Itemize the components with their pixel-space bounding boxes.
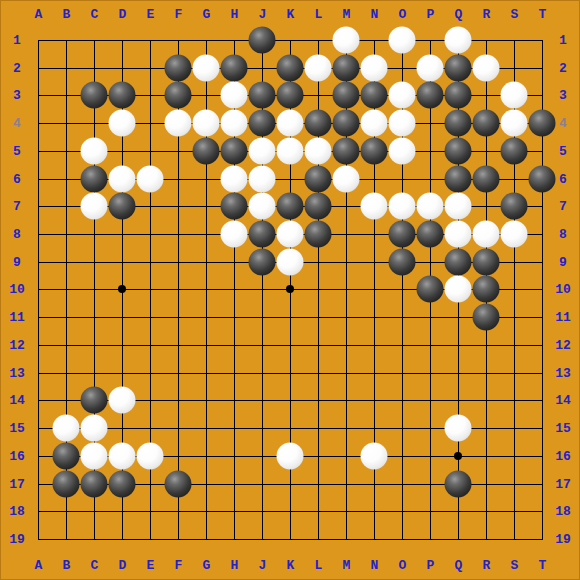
- stone-white-S4[interactable]: [501, 110, 528, 137]
- col-label-bottom-K: K: [286, 558, 294, 573]
- stone-black-M5[interactable]: [333, 137, 360, 164]
- row-label-left-2: 2: [13, 60, 21, 75]
- stone-black-B16[interactable]: [53, 442, 80, 469]
- stone-black-L7[interactable]: [305, 193, 332, 220]
- stone-white-N16[interactable]: [361, 442, 388, 469]
- stone-black-C6[interactable]: [81, 165, 108, 192]
- col-label-top-O: O: [398, 7, 406, 22]
- stone-white-P2[interactable]: [417, 54, 444, 81]
- col-label-bottom-P: P: [426, 558, 434, 573]
- row-label-left-3: 3: [13, 88, 21, 103]
- stone-white-K4[interactable]: [277, 110, 304, 137]
- grid-vline-A: [38, 40, 39, 540]
- stone-black-H5[interactable]: [221, 137, 248, 164]
- stone-white-Q10[interactable]: [445, 276, 472, 303]
- row-label-left-14: 14: [9, 393, 25, 408]
- star-point-D10: [118, 285, 126, 293]
- row-label-right-18: 18: [555, 504, 571, 519]
- row-label-left-11: 11: [9, 310, 25, 325]
- stone-black-H7[interactable]: [221, 193, 248, 220]
- stone-white-L5[interactable]: [305, 137, 332, 164]
- row-label-right-16: 16: [555, 448, 571, 463]
- row-label-right-19: 19: [555, 531, 571, 546]
- stone-black-Q5[interactable]: [445, 137, 472, 164]
- stone-black-C3[interactable]: [81, 82, 108, 109]
- row-label-right-9: 9: [559, 254, 567, 269]
- stone-black-K3[interactable]: [277, 82, 304, 109]
- stone-white-J5[interactable]: [249, 137, 276, 164]
- stone-white-N7[interactable]: [361, 193, 388, 220]
- stone-white-C7[interactable]: [81, 193, 108, 220]
- stone-black-O9[interactable]: [389, 248, 416, 275]
- col-label-top-A: A: [34, 7, 42, 22]
- row-label-right-8: 8: [559, 227, 567, 242]
- row-label-left-5: 5: [13, 143, 21, 158]
- stone-black-Q6[interactable]: [445, 165, 472, 192]
- col-label-top-B: B: [62, 7, 70, 22]
- stone-black-D7[interactable]: [109, 193, 136, 220]
- stone-black-L8[interactable]: [305, 221, 332, 248]
- row-label-left-19: 19: [9, 531, 25, 546]
- stone-white-O1[interactable]: [389, 27, 416, 54]
- row-label-left-6: 6: [13, 171, 21, 186]
- stone-white-O5[interactable]: [389, 137, 416, 164]
- stone-black-T4[interactable]: [529, 110, 556, 137]
- row-label-right-13: 13: [555, 365, 571, 380]
- stone-white-Q1[interactable]: [445, 27, 472, 54]
- col-label-bottom-J: J: [258, 558, 266, 573]
- stone-white-S3[interactable]: [501, 82, 528, 109]
- stone-white-H4[interactable]: [221, 110, 248, 137]
- stone-black-P3[interactable]: [417, 82, 444, 109]
- col-label-top-P: P: [426, 7, 434, 22]
- col-label-top-D: D: [118, 7, 126, 22]
- stone-black-S5[interactable]: [501, 137, 528, 164]
- stone-white-K16[interactable]: [277, 442, 304, 469]
- col-label-top-T: T: [538, 7, 546, 22]
- stone-black-P10[interactable]: [417, 276, 444, 303]
- stone-white-K9[interactable]: [277, 248, 304, 275]
- stone-white-O4[interactable]: [389, 110, 416, 137]
- row-label-left-13: 13: [9, 365, 25, 380]
- col-label-bottom-M: M: [342, 558, 350, 573]
- stone-black-C14[interactable]: [81, 387, 108, 414]
- col-label-top-S: S: [510, 7, 518, 22]
- stone-white-P7[interactable]: [417, 193, 444, 220]
- col-label-bottom-G: G: [202, 558, 210, 573]
- row-label-left-12: 12: [9, 337, 25, 352]
- col-label-top-M: M: [342, 7, 350, 22]
- row-label-left-15: 15: [9, 421, 25, 436]
- col-label-bottom-F: F: [174, 558, 182, 573]
- row-label-right-14: 14: [555, 393, 571, 408]
- stone-white-R2[interactable]: [473, 54, 500, 81]
- row-label-right-10: 10: [555, 282, 571, 297]
- row-label-right-12: 12: [555, 337, 571, 352]
- stone-black-R11[interactable]: [473, 304, 500, 331]
- stone-black-G5[interactable]: [193, 137, 220, 164]
- col-label-bottom-D: D: [118, 558, 126, 573]
- stone-black-F3[interactable]: [165, 82, 192, 109]
- col-label-bottom-T: T: [538, 558, 546, 573]
- col-label-top-G: G: [202, 7, 210, 22]
- stone-black-N5[interactable]: [361, 137, 388, 164]
- col-label-top-K: K: [286, 7, 294, 22]
- stone-black-D3[interactable]: [109, 82, 136, 109]
- row-label-right-6: 6: [559, 171, 567, 186]
- stone-white-Q7[interactable]: [445, 193, 472, 220]
- stone-black-N3[interactable]: [361, 82, 388, 109]
- stone-black-R9[interactable]: [473, 248, 500, 275]
- row-label-right-7: 7: [559, 199, 567, 214]
- stone-white-E6[interactable]: [137, 165, 164, 192]
- stone-black-M2[interactable]: [333, 54, 360, 81]
- stone-black-L4[interactable]: [305, 110, 332, 137]
- col-label-top-C: C: [90, 7, 98, 22]
- stone-white-O7[interactable]: [389, 193, 416, 220]
- col-label-bottom-N: N: [370, 558, 378, 573]
- stone-black-K7[interactable]: [277, 193, 304, 220]
- stone-white-G2[interactable]: [193, 54, 220, 81]
- row-label-left-18: 18: [9, 504, 25, 519]
- stone-white-C16[interactable]: [81, 442, 108, 469]
- stone-white-Q15[interactable]: [445, 415, 472, 442]
- stone-white-Q8[interactable]: [445, 221, 472, 248]
- star-point-K10: [286, 285, 294, 293]
- row-label-left-17: 17: [9, 476, 25, 491]
- stone-black-O8[interactable]: [389, 221, 416, 248]
- stone-white-K8[interactable]: [277, 221, 304, 248]
- stone-white-K5[interactable]: [277, 137, 304, 164]
- row-label-left-1: 1: [13, 33, 21, 48]
- stone-black-M3[interactable]: [333, 82, 360, 109]
- row-label-right-2: 2: [559, 60, 567, 75]
- stone-white-N2[interactable]: [361, 54, 388, 81]
- col-label-top-R: R: [482, 7, 490, 22]
- stone-white-O3[interactable]: [389, 82, 416, 109]
- stone-white-L2[interactable]: [305, 54, 332, 81]
- stone-black-P8[interactable]: [417, 221, 444, 248]
- row-label-left-10: 10: [9, 282, 25, 297]
- stone-white-E16[interactable]: [137, 442, 164, 469]
- col-label-bottom-L: L: [314, 558, 322, 573]
- stone-black-F17[interactable]: [165, 470, 192, 497]
- stone-black-Q4[interactable]: [445, 110, 472, 137]
- row-label-right-5: 5: [559, 143, 567, 158]
- row-label-left-4: 4: [13, 116, 21, 131]
- stone-white-H6[interactable]: [221, 165, 248, 192]
- stone-black-R4[interactable]: [473, 110, 500, 137]
- row-label-left-16: 16: [9, 448, 25, 463]
- stone-black-S7[interactable]: [501, 193, 528, 220]
- stone-black-B17[interactable]: [53, 470, 80, 497]
- col-label-top-Q: Q: [454, 7, 462, 22]
- row-label-right-17: 17: [555, 476, 571, 491]
- stone-black-J4[interactable]: [249, 110, 276, 137]
- col-label-bottom-Q: Q: [454, 558, 462, 573]
- stone-white-D14[interactable]: [109, 387, 136, 414]
- stone-white-M6[interactable]: [333, 165, 360, 192]
- col-label-bottom-B: B: [62, 558, 70, 573]
- stone-white-G4[interactable]: [193, 110, 220, 137]
- go-board[interactable]: AABBCCDDEEFFGGHHJJKKLLMMNNOOPPQQRRSSTT11…: [0, 0, 580, 580]
- stone-white-N4[interactable]: [361, 110, 388, 137]
- stone-black-Q3[interactable]: [445, 82, 472, 109]
- col-label-top-J: J: [258, 7, 266, 22]
- row-label-left-9: 9: [13, 254, 21, 269]
- stone-black-Q17[interactable]: [445, 470, 472, 497]
- col-label-bottom-A: A: [34, 558, 42, 573]
- stone-black-J8[interactable]: [249, 221, 276, 248]
- stone-white-B15[interactable]: [53, 415, 80, 442]
- col-label-top-F: F: [174, 7, 182, 22]
- stone-white-C15[interactable]: [81, 415, 108, 442]
- stone-white-M1[interactable]: [333, 27, 360, 54]
- stone-white-D6[interactable]: [109, 165, 136, 192]
- col-label-top-H: H: [230, 7, 238, 22]
- stone-white-D16[interactable]: [109, 442, 136, 469]
- stone-white-J7[interactable]: [249, 193, 276, 220]
- col-label-top-N: N: [370, 7, 378, 22]
- col-label-bottom-S: S: [510, 558, 518, 573]
- star-point-Q16: [454, 452, 462, 460]
- stone-black-R10[interactable]: [473, 276, 500, 303]
- row-label-right-1: 1: [559, 33, 567, 48]
- stone-white-S8[interactable]: [501, 221, 528, 248]
- stone-white-F4[interactable]: [165, 110, 192, 137]
- col-label-bottom-R: R: [482, 558, 490, 573]
- stone-white-H8[interactable]: [221, 221, 248, 248]
- stone-white-J6[interactable]: [249, 165, 276, 192]
- stone-black-H2[interactable]: [221, 54, 248, 81]
- stone-black-K2[interactable]: [277, 54, 304, 81]
- col-label-bottom-O: O: [398, 558, 406, 573]
- row-label-right-15: 15: [555, 421, 571, 436]
- row-label-right-4: 4: [559, 116, 567, 131]
- stone-white-H3[interactable]: [221, 82, 248, 109]
- stone-black-R6[interactable]: [473, 165, 500, 192]
- stone-white-D4[interactable]: [109, 110, 136, 137]
- stone-black-Q9[interactable]: [445, 248, 472, 275]
- col-label-bottom-C: C: [90, 558, 98, 573]
- stone-black-C17[interactable]: [81, 470, 108, 497]
- stone-black-T6[interactable]: [529, 165, 556, 192]
- stone-black-Q2[interactable]: [445, 54, 472, 81]
- stone-black-D17[interactable]: [109, 470, 136, 497]
- stone-black-J9[interactable]: [249, 248, 276, 275]
- row-label-left-7: 7: [13, 199, 21, 214]
- row-label-left-8: 8: [13, 227, 21, 242]
- stone-black-J1[interactable]: [249, 27, 276, 54]
- row-label-right-11: 11: [555, 310, 571, 325]
- col-label-bottom-H: H: [230, 558, 238, 573]
- stone-white-C5[interactable]: [81, 137, 108, 164]
- col-label-top-L: L: [314, 7, 322, 22]
- col-label-top-E: E: [146, 7, 154, 22]
- row-label-right-3: 3: [559, 88, 567, 103]
- stone-black-J3[interactable]: [249, 82, 276, 109]
- stone-black-F2[interactable]: [165, 54, 192, 81]
- stone-white-R8[interactable]: [473, 221, 500, 248]
- stone-black-M4[interactable]: [333, 110, 360, 137]
- col-label-bottom-E: E: [146, 558, 154, 573]
- stone-black-L6[interactable]: [305, 165, 332, 192]
